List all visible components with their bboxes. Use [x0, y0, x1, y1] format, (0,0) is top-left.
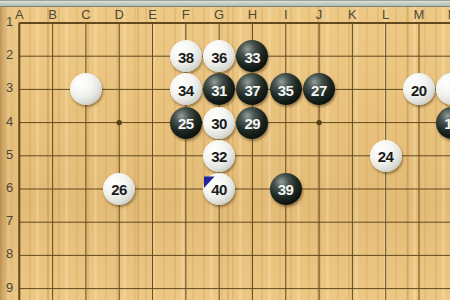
toolbar-edge-strip: [0, 0, 450, 7]
go-board-diagram: ABCDEFGHIJKLMN123456789 3836333431373527…: [0, 0, 450, 300]
move-number: 31: [211, 82, 227, 97]
stone-black-H4-move-29: 29: [236, 107, 268, 139]
stone-black-N4-move-19: 19: [436, 107, 450, 139]
move-number: 36: [211, 49, 227, 64]
stone-white-G6-move-40: 40: [203, 173, 235, 205]
move-number: 30: [211, 116, 227, 131]
move-number: 33: [244, 49, 260, 64]
stone-white-D6-move-26: 26: [103, 173, 135, 205]
move-number: 35: [278, 82, 294, 97]
stone-white-F2-move-38: 38: [170, 40, 202, 72]
stone-black-I3-move-35: 35: [270, 73, 302, 105]
stone-black-F4-move-25: 25: [170, 107, 202, 139]
move-number: 38: [178, 49, 194, 64]
stone-white-M3-move-20: 20: [403, 73, 435, 105]
stone-white-G2-move-36: 36: [203, 40, 235, 72]
move-number: 29: [244, 116, 260, 131]
stone-white-L5-move-24: 24: [370, 140, 402, 172]
move-number: 26: [111, 182, 127, 197]
move-number: 19: [444, 116, 450, 131]
move-number: 27: [311, 82, 327, 97]
move-number: 25: [178, 116, 194, 131]
move-number: 39: [278, 182, 294, 197]
move-number: 34: [178, 82, 194, 97]
stone-black-G3-move-31: 31: [203, 73, 235, 105]
move-number: 32: [211, 149, 227, 164]
stone-white-C3: [70, 73, 102, 105]
stone-black-H3-move-37: 37: [236, 73, 268, 105]
stone-black-H2-move-33: 33: [236, 40, 268, 72]
stone-black-J3-move-27: 27: [303, 73, 335, 105]
move-number: 40: [211, 182, 227, 197]
move-number: 24: [378, 149, 394, 164]
stone-white-N3: [436, 73, 450, 105]
stone-white-G5-move-32: 32: [203, 140, 235, 172]
stone-black-I6-move-39: 39: [270, 173, 302, 205]
move-number: 37: [244, 82, 260, 97]
stone-white-G4-move-30: 30: [203, 107, 235, 139]
move-number: 20: [411, 82, 427, 97]
go-board[interactable]: 383633343137352720253029193224264039: [3, 6, 450, 300]
stone-white-F3-move-34: 34: [170, 73, 202, 105]
